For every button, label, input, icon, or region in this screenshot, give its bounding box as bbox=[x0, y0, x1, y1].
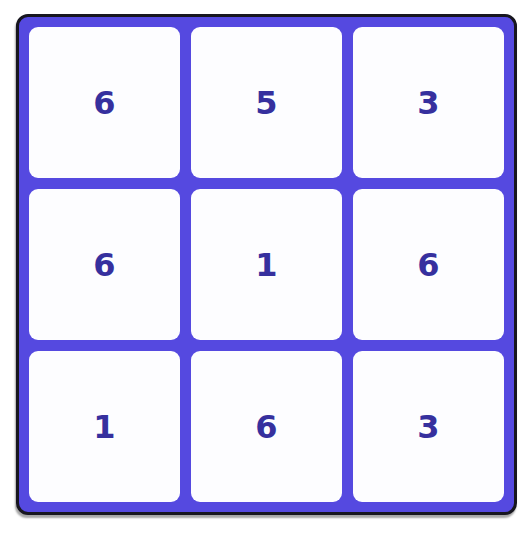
number-grid-board: 6 5 3 6 1 6 1 6 3 bbox=[16, 14, 517, 515]
cell-r1c2[interactable]: 5 bbox=[191, 27, 342, 178]
cell-value: 1 bbox=[93, 411, 115, 443]
cell-r2c1[interactable]: 6 bbox=[29, 189, 180, 340]
cell-value: 6 bbox=[93, 87, 115, 119]
cell-value: 3 bbox=[417, 411, 439, 443]
cell-r2c2[interactable]: 1 bbox=[191, 189, 342, 340]
cell-value: 3 bbox=[417, 87, 439, 119]
cell-value: 6 bbox=[417, 249, 439, 281]
cell-r3c1[interactable]: 1 bbox=[29, 351, 180, 502]
cell-value: 1 bbox=[255, 249, 277, 281]
cell-r3c3[interactable]: 3 bbox=[353, 351, 504, 502]
cell-r1c1[interactable]: 6 bbox=[29, 27, 180, 178]
cell-r3c2[interactable]: 6 bbox=[191, 351, 342, 502]
cell-value: 6 bbox=[255, 411, 277, 443]
cell-r2c3[interactable]: 6 bbox=[353, 189, 504, 340]
cell-r1c3[interactable]: 3 bbox=[353, 27, 504, 178]
cell-value: 5 bbox=[255, 87, 277, 119]
cell-value: 6 bbox=[93, 249, 115, 281]
